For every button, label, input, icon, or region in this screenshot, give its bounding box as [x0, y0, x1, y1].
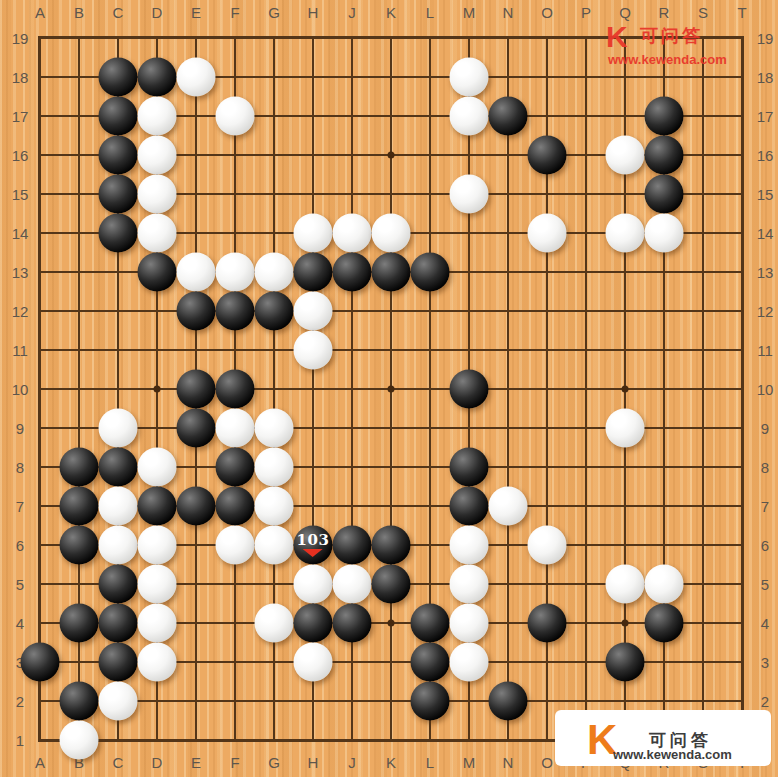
row-label-right: 18 — [757, 70, 774, 85]
black-stone — [60, 487, 99, 526]
black-stone — [60, 682, 99, 721]
column-label-top: P — [581, 5, 591, 20]
row-label-right: 16 — [757, 148, 774, 163]
white-stone — [450, 526, 489, 565]
black-stone — [333, 253, 372, 292]
column-label-top: O — [541, 5, 553, 20]
white-stone — [177, 58, 216, 97]
black-stone — [99, 175, 138, 214]
white-stone — [60, 721, 99, 760]
black-stone — [450, 487, 489, 526]
row-label-right: 7 — [761, 499, 769, 514]
column-label-bottom: A — [35, 755, 45, 770]
black-stone — [177, 292, 216, 331]
column-label-top: Q — [619, 5, 631, 20]
black-stone — [489, 682, 528, 721]
star-point — [388, 152, 395, 159]
black-stone — [450, 448, 489, 487]
white-stone — [216, 253, 255, 292]
black-stone — [411, 682, 450, 721]
white-stone — [138, 97, 177, 136]
row-label-left: 13 — [12, 265, 29, 280]
white-stone — [294, 643, 333, 682]
white-stone — [606, 214, 645, 253]
column-label-top: T — [737, 5, 746, 20]
white-stone — [99, 409, 138, 448]
row-label-left: 9 — [16, 421, 24, 436]
row-label-left: 18 — [12, 70, 29, 85]
row-label-left: 15 — [12, 187, 29, 202]
white-stone — [255, 526, 294, 565]
white-stone — [138, 448, 177, 487]
black-stone — [606, 643, 645, 682]
star-point — [622, 386, 629, 393]
white-stone — [294, 214, 333, 253]
go-board-diagram: AA1919BB1818CC1717DD1616EE1515FF1414GG13… — [0, 0, 778, 777]
row-label-left: 11 — [12, 343, 28, 358]
black-stone — [99, 214, 138, 253]
column-label-bottom: N — [503, 755, 514, 770]
grid-line-vertical — [585, 38, 587, 740]
black-stone — [372, 526, 411, 565]
black-stone — [21, 643, 60, 682]
white-stone — [645, 214, 684, 253]
black-stone — [333, 526, 372, 565]
black-stone — [216, 292, 255, 331]
white-stone — [450, 175, 489, 214]
black-stone — [138, 487, 177, 526]
row-label-left: 16 — [12, 148, 29, 163]
black-stone — [99, 97, 138, 136]
row-label-right: 6 — [761, 538, 769, 553]
white-stone — [294, 292, 333, 331]
white-stone — [294, 565, 333, 604]
kewenda-logo-k-icon: K — [606, 22, 628, 52]
black-stone — [528, 136, 567, 175]
black-stone — [255, 292, 294, 331]
row-label-left: 6 — [16, 538, 24, 553]
black-stone — [216, 370, 255, 409]
row-label-right: 9 — [761, 421, 769, 436]
watermark-brand-text: 可问答 — [640, 26, 703, 48]
black-stone — [294, 253, 333, 292]
column-label-top: F — [230, 5, 239, 20]
white-stone — [216, 409, 255, 448]
black-stone — [450, 370, 489, 409]
column-label-top: D — [152, 5, 163, 20]
white-stone — [255, 253, 294, 292]
row-label-right: 14 — [757, 226, 774, 241]
row-label-left: 8 — [16, 460, 24, 475]
watermark-top-right: K 可问答 www.kewenda.com — [606, 26, 758, 72]
row-label-left: 7 — [16, 499, 24, 514]
white-stone — [99, 526, 138, 565]
black-stone — [99, 58, 138, 97]
white-stone — [138, 565, 177, 604]
black-stone — [99, 643, 138, 682]
white-stone — [450, 565, 489, 604]
white-stone — [372, 214, 411, 253]
black-stone — [138, 253, 177, 292]
row-label-left: 2 — [16, 694, 24, 709]
row-label-right: 8 — [761, 460, 769, 475]
black-stone — [645, 175, 684, 214]
star-point — [154, 386, 161, 393]
white-stone — [138, 214, 177, 253]
white-stone — [606, 409, 645, 448]
black-stone — [99, 565, 138, 604]
white-stone — [138, 175, 177, 214]
column-label-top: H — [308, 5, 319, 20]
black-stone — [489, 97, 528, 136]
column-label-top: K — [386, 5, 396, 20]
column-label-top: N — [503, 5, 514, 20]
black-stone — [99, 604, 138, 643]
row-label-right: 5 — [761, 577, 769, 592]
white-stone — [606, 565, 645, 604]
grid-line-vertical — [702, 38, 704, 740]
black-stone — [645, 604, 684, 643]
column-label-top: E — [191, 5, 201, 20]
column-label-top: S — [698, 5, 708, 20]
white-stone — [99, 682, 138, 721]
white-stone — [99, 487, 138, 526]
column-label-bottom: J — [348, 755, 356, 770]
black-stone — [372, 253, 411, 292]
white-stone — [216, 97, 255, 136]
white-stone — [645, 565, 684, 604]
grid-line-vertical — [507, 38, 509, 740]
row-label-right: 4 — [761, 616, 769, 631]
white-stone — [450, 97, 489, 136]
white-stone — [255, 409, 294, 448]
black-stone — [528, 604, 567, 643]
white-stone — [138, 136, 177, 175]
black-stone — [60, 604, 99, 643]
row-label-left: 4 — [16, 616, 24, 631]
white-stone — [489, 487, 528, 526]
column-label-bottom: G — [268, 755, 280, 770]
column-label-top: L — [426, 5, 434, 20]
column-label-bottom: H — [308, 755, 319, 770]
column-label-top: A — [35, 5, 45, 20]
column-label-bottom: C — [113, 755, 124, 770]
black-stone — [99, 448, 138, 487]
white-stone — [255, 604, 294, 643]
white-stone — [333, 214, 372, 253]
white-stone — [138, 526, 177, 565]
column-label-top: C — [113, 5, 124, 20]
column-label-bottom: O — [541, 755, 553, 770]
grid-line-horizontal — [40, 700, 742, 702]
row-label-right: 10 — [757, 382, 774, 397]
watermark-bottom-right: K 可问答 www.kewenda.com — [555, 710, 771, 766]
black-stone — [60, 448, 99, 487]
row-label-left: 5 — [16, 577, 24, 592]
column-label-bottom: M — [463, 755, 476, 770]
row-label-left: 14 — [12, 226, 29, 241]
black-stone — [411, 643, 450, 682]
black-stone — [177, 370, 216, 409]
column-label-bottom: K — [386, 755, 396, 770]
row-label-left: 12 — [12, 304, 29, 319]
row-label-right: 2 — [761, 694, 769, 709]
star-point — [622, 620, 629, 627]
column-label-bottom: F — [230, 755, 239, 770]
white-stone — [255, 448, 294, 487]
black-stone — [177, 487, 216, 526]
row-label-right: 19 — [757, 31, 774, 46]
white-stone — [606, 136, 645, 175]
grid-line-vertical — [741, 38, 743, 740]
black-stone — [216, 487, 255, 526]
row-label-left: 1 — [16, 733, 24, 748]
black-stone — [333, 604, 372, 643]
star-point — [388, 620, 395, 627]
watermark-url-text: www.kewenda.com — [608, 52, 727, 68]
column-label-bottom: E — [191, 755, 201, 770]
white-stone — [528, 214, 567, 253]
row-label-left: 17 — [12, 109, 29, 124]
black-stone — [645, 136, 684, 175]
row-label-left: 10 — [12, 382, 29, 397]
white-stone — [450, 643, 489, 682]
black-stone — [645, 97, 684, 136]
row-label-right: 13 — [757, 265, 774, 280]
column-label-bottom: L — [426, 755, 434, 770]
row-label-right: 15 — [757, 187, 774, 202]
white-stone — [294, 331, 333, 370]
black-stone — [411, 253, 450, 292]
row-label-right: 17 — [757, 109, 774, 124]
white-stone — [216, 526, 255, 565]
column-label-top: J — [348, 5, 356, 20]
white-stone — [138, 604, 177, 643]
column-label-top: G — [268, 5, 280, 20]
black-stone — [294, 604, 333, 643]
column-label-top: R — [659, 5, 670, 20]
white-stone — [528, 526, 567, 565]
watermark-url-text: www.kewenda.com — [613, 748, 732, 761]
row-label-right: 3 — [761, 655, 769, 670]
column-label-top: B — [74, 5, 84, 20]
white-stone — [138, 643, 177, 682]
black-stone — [216, 448, 255, 487]
column-label-bottom: D — [152, 755, 163, 770]
black-stone — [372, 565, 411, 604]
black-stone — [294, 526, 333, 565]
column-label-top: M — [463, 5, 476, 20]
star-point — [388, 386, 395, 393]
white-stone — [450, 604, 489, 643]
row-label-left: 19 — [12, 31, 29, 46]
white-stone — [255, 487, 294, 526]
white-stone — [333, 565, 372, 604]
row-label-right: 12 — [757, 304, 774, 319]
black-stone — [138, 58, 177, 97]
row-label-right: 11 — [757, 343, 773, 358]
white-stone — [450, 58, 489, 97]
black-stone — [60, 526, 99, 565]
black-stone — [411, 604, 450, 643]
black-stone — [99, 136, 138, 175]
white-stone — [177, 253, 216, 292]
black-stone — [177, 409, 216, 448]
